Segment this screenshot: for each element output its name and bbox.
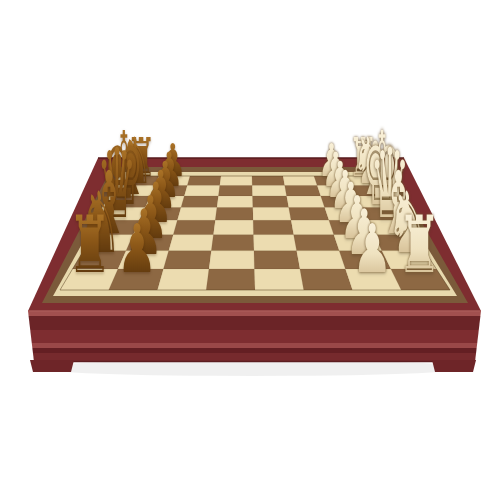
square-a4 (254, 269, 303, 290)
square-e7 (139, 207, 181, 220)
square-c6 (169, 235, 214, 251)
chess-set-product-photo: ♜♞♝♛♚♝♞♜♟♟♟♟♟♟♟♟♟♟♟♟♟♟♟♟♜♞♝♛♚♝♞♜ (0, 0, 500, 500)
square-a7 (109, 269, 164, 290)
square-a6 (158, 269, 209, 290)
square-g7 (150, 185, 187, 195)
square-b6 (163, 251, 211, 269)
square-b3 (297, 251, 346, 269)
square-e4 (253, 207, 291, 220)
square-f7 (145, 196, 184, 208)
square-h5 (220, 176, 252, 185)
square-h8 (122, 176, 159, 185)
square-c3 (294, 235, 340, 251)
square-f5 (217, 196, 253, 208)
square-e5 (215, 207, 253, 220)
square-c2 (334, 235, 382, 251)
square-g5 (218, 185, 252, 195)
box-molding-bead (32, 343, 477, 348)
box-molding-cove (29, 316, 481, 330)
square-h3 (283, 176, 317, 185)
square-e2 (325, 207, 367, 220)
box-molding-mid (30, 330, 479, 343)
square-b4 (254, 251, 300, 269)
square-d4 (253, 220, 294, 234)
square-c7 (126, 235, 173, 251)
square-e6 (177, 207, 217, 220)
square-a3 (300, 269, 353, 290)
square-b5 (209, 251, 254, 269)
square-f4 (253, 196, 289, 208)
square-e3 (289, 207, 329, 220)
square-d3 (291, 220, 334, 234)
chess-board-and-box (0, 0, 500, 500)
box-foot-left (30, 360, 74, 372)
square-g3 (285, 185, 321, 195)
square-b7 (118, 251, 169, 269)
square-d7 (133, 220, 177, 234)
square-f2 (321, 196, 361, 208)
box-foot-right (432, 360, 476, 372)
square-h6 (187, 176, 221, 185)
square-a5 (206, 269, 255, 290)
square-g6 (184, 185, 219, 195)
box-molding-base (33, 353, 476, 362)
square-h4 (252, 176, 285, 185)
square-f6 (181, 196, 218, 208)
square-g4 (252, 185, 286, 195)
square-f3 (287, 196, 325, 208)
square-g2 (317, 185, 355, 195)
square-c5 (211, 235, 254, 251)
square-d2 (329, 220, 374, 234)
square-h2 (314, 176, 350, 185)
square-c4 (254, 235, 297, 251)
box-molding-groove (32, 348, 476, 353)
square-d5 (213, 220, 253, 234)
square-h7 (155, 176, 190, 185)
square-g8 (116, 185, 155, 195)
square-d6 (173, 220, 215, 234)
